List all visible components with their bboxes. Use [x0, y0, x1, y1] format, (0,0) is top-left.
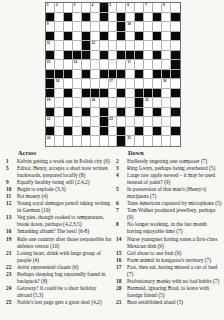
clue-number: 1	[4, 158, 17, 165]
cell-r5c14[interactable]	[162, 41, 171, 51]
cell-r4c4[interactable]	[73, 32, 82, 42]
cell-r6c6[interactable]	[91, 51, 100, 61]
clue-number: 14	[114, 236, 127, 250]
cell-r1c10[interactable]: 6	[126, 3, 135, 13]
cell-r12c10[interactable]	[126, 108, 135, 118]
cell-r5c12[interactable]	[144, 41, 153, 51]
clue-enumeration: (6)	[72, 264, 78, 270]
clue-text: Beat established aloud (5)	[127, 299, 222, 306]
cell-number: 20	[91, 98, 94, 102]
cell-r7c8[interactable]	[109, 60, 118, 70]
cell-r13c12[interactable]	[144, 117, 153, 127]
clue-enumeration: (10)	[50, 243, 59, 249]
cell-r10c3	[64, 89, 73, 99]
cell-r4c5	[82, 32, 91, 42]
cell-r9c15[interactable]	[171, 79, 180, 89]
cell-r4c13	[153, 32, 162, 42]
clue-across-1: 1Kelvin getting a work out in Polish cit…	[4, 158, 112, 165]
cell-r3c14[interactable]	[162, 22, 171, 32]
clue-enumeration: (7)	[150, 193, 156, 199]
cell-r11c11	[135, 98, 144, 108]
cell-r14c9	[117, 127, 126, 137]
cell-r15c3[interactable]	[64, 136, 73, 146]
cell-r7c2[interactable]	[55, 60, 64, 70]
cell-r13c15[interactable]	[171, 117, 180, 127]
cell-r10c11	[135, 89, 144, 99]
clue-number: 16	[4, 228, 17, 235]
cell-r14c11	[135, 127, 144, 137]
cell-r3c13[interactable]	[153, 22, 162, 32]
cell-r11c5[interactable]	[82, 98, 91, 108]
clue-across-24: 24Getaway? It could be a short holiday a…	[4, 285, 112, 299]
cell-r15c15[interactable]	[171, 136, 180, 146]
clue-number: 20	[114, 285, 127, 299]
clue-enumeration: (10)	[41, 207, 50, 213]
clue-text: Endlessly angering one composer (7)	[127, 158, 222, 165]
cell-r11c9[interactable]	[117, 98, 126, 108]
cell-r3c7[interactable]	[100, 22, 109, 32]
cell-r1c2[interactable]: 2	[55, 3, 64, 13]
clue-text: Veg pies, though cooked to temperature, …	[17, 214, 112, 228]
clue-across-5: 5Editor, Henry, accepts a short note wri…	[4, 165, 112, 179]
cell-r14c4[interactable]	[73, 127, 82, 137]
cell-r6c5	[82, 51, 91, 61]
cell-r8c3	[64, 70, 73, 80]
cell-r7c6[interactable]	[91, 60, 100, 70]
cell-r5c11[interactable]	[135, 41, 144, 51]
cell-number: 7	[145, 3, 147, 7]
cell-r10c10[interactable]	[126, 89, 135, 99]
clue-number: 22	[4, 264, 17, 271]
cell-r5c8[interactable]	[109, 41, 118, 51]
cell-r11c13[interactable]	[153, 98, 162, 108]
clue-enumeration: (7)	[127, 271, 133, 277]
cell-r6c8[interactable]	[109, 51, 118, 61]
cell-r6c2[interactable]	[55, 51, 64, 61]
clue-number: 13	[4, 214, 17, 228]
cell-r3c3[interactable]	[64, 22, 73, 32]
cell-r5c6[interactable]: 12	[91, 41, 100, 51]
clue-text: Artist represented clouds (6)	[17, 264, 112, 271]
cell-r12c13	[153, 108, 162, 118]
cell-r12c9	[117, 108, 126, 118]
clue-down-18: 18Probationary monks with no bad habits …	[114, 278, 222, 285]
cell-r2c6[interactable]	[91, 13, 100, 23]
clue-across-21: 21Losing heart, drink with large group o…	[4, 250, 112, 264]
clue-enumeration: (9)	[158, 243, 164, 249]
cell-r11c12[interactable]: 21	[144, 98, 153, 108]
cell-r7c1[interactable]: 13	[46, 60, 55, 70]
clue-number: 19	[4, 236, 17, 250]
cell-r10c2[interactable]	[55, 89, 64, 99]
cell-number: 13	[47, 60, 50, 64]
clue-across-23: 23Perhaps sleeping bag reportedly found …	[4, 271, 112, 285]
cell-r2c13	[153, 13, 162, 23]
cell-r2c12[interactable]	[144, 13, 153, 23]
clue-enumeration: (4,2,3,5)	[63, 221, 81, 227]
cell-r15c5[interactable]	[82, 136, 91, 146]
clue-down-20: 20Barmaid, ignoring Brad, to leave with …	[114, 285, 222, 299]
clue-number: 16	[114, 257, 127, 264]
cell-number: 15	[127, 60, 130, 64]
cell-r9c13[interactable]	[153, 79, 162, 89]
clue-across-25: 25Noble's last page gets a great deal (4…	[4, 299, 112, 306]
cell-r4c15	[171, 32, 180, 42]
cell-r13c5[interactable]	[82, 117, 91, 127]
cell-r10c8[interactable]	[109, 89, 118, 99]
cell-r3c2[interactable]	[55, 22, 64, 32]
cell-r15c10[interactable]: 25	[126, 136, 135, 146]
clue-text: Nurse youngster having eaten a first-cla…	[127, 236, 222, 250]
cell-r8c12[interactable]	[144, 70, 153, 80]
cell-r13c13[interactable]	[153, 117, 162, 127]
clue-down-7: 7Tom Walker produced jewellery, perhaps …	[114, 207, 222, 221]
cell-r8c13	[153, 70, 162, 80]
cell-r4c2[interactable]	[55, 32, 64, 42]
cell-r11c2[interactable]	[55, 98, 64, 108]
clue-number: 17	[114, 264, 127, 278]
cell-r3c10[interactable]: 10	[126, 22, 135, 32]
cell-r12c5	[82, 108, 91, 118]
cell-r9c5[interactable]	[82, 79, 91, 89]
cell-r2c4[interactable]	[73, 13, 82, 23]
clue-text: Tune American captured by microphone (5)	[127, 200, 222, 207]
clue-enumeration: (7)	[201, 158, 207, 164]
cell-r7c3[interactable]	[64, 60, 73, 70]
cell-r13c8[interactable]: 23	[109, 117, 118, 127]
cell-r12c7	[100, 108, 109, 118]
cell-r1c9[interactable]	[117, 3, 126, 13]
cell-r14c12[interactable]	[144, 127, 153, 137]
cell-r10c7	[100, 89, 109, 99]
cell-r15c9	[117, 136, 126, 146]
cell-r11c15[interactable]	[171, 98, 180, 108]
clue-enumeration: (8)	[41, 278, 47, 284]
cell-r1c5[interactable]	[82, 3, 91, 13]
cell-r7c13[interactable]	[153, 60, 162, 70]
cell-r9c14[interactable]: 18	[162, 79, 171, 89]
cell-r2c5	[82, 13, 91, 23]
cell-r13c11[interactable]	[135, 117, 144, 127]
cell-r9c12[interactable]	[144, 79, 153, 89]
clue-enumeration: (5,3)	[33, 292, 43, 298]
cell-r9c2[interactable]: 16	[55, 79, 64, 89]
cell-r10c14[interactable]	[162, 89, 171, 99]
cell-r15c11[interactable]	[135, 136, 144, 146]
cell-number: 12	[91, 41, 94, 45]
clue-text: Probationary monks with no bad habits (7…	[127, 278, 222, 285]
cell-r8c10[interactable]	[126, 70, 135, 80]
cell-r8c15	[171, 70, 180, 80]
cell-r1c12[interactable]: 7	[144, 3, 153, 13]
clue-across-11: 11Pot money (4)	[4, 193, 112, 200]
cell-r13c10[interactable]	[126, 117, 135, 127]
cell-r11c4[interactable]	[73, 98, 82, 108]
clue-enumeration: (2,4,2)	[75, 179, 89, 185]
clue-across-10: 10Begin to explode (3,3)	[4, 186, 112, 193]
cell-r5c9[interactable]	[117, 41, 126, 51]
cell-r6c9	[117, 51, 126, 61]
cell-r15c13[interactable]	[153, 136, 162, 146]
cell-r6c7	[100, 51, 109, 61]
clue-text: Large raw apple stewed – it may be used …	[127, 172, 222, 186]
cell-r12c12[interactable]	[144, 108, 153, 118]
cell-r4c12[interactable]	[144, 32, 153, 42]
clue-number: 10	[4, 186, 17, 193]
cell-r4c10[interactable]	[126, 32, 135, 42]
cell-r3c15[interactable]	[171, 22, 180, 32]
cell-r12c14[interactable]	[162, 108, 171, 118]
cell-number: 1	[47, 3, 49, 7]
clue-number: 25	[4, 299, 17, 306]
cell-r2c2[interactable]	[55, 13, 64, 23]
cell-r1c6[interactable]: 4	[91, 3, 100, 13]
cell-number: 5	[109, 3, 111, 7]
cell-number: 22	[47, 117, 50, 121]
clue-across-22: 22Artist represented clouds (6)	[4, 264, 112, 271]
cell-r15c8[interactable]	[109, 136, 118, 146]
cell-r1c13[interactable]	[153, 3, 162, 13]
cell-r2c8[interactable]	[109, 13, 118, 23]
clue-enumeration: (7)	[176, 228, 182, 234]
cell-r6c11	[135, 51, 144, 61]
clue-text: Perhaps sleeping bag reportedly found in…	[17, 271, 112, 285]
clue-text: Farm animal in kangaroo's territory (7)	[127, 257, 222, 264]
clue-number: 11	[4, 193, 17, 200]
cell-r9c10[interactable]	[126, 79, 135, 89]
clue-down-16: 16Farm animal in kangaroo's territory (7…	[114, 257, 222, 264]
cell-r4c9	[117, 32, 126, 42]
clue-number: 24	[4, 285, 17, 299]
cell-number: 16	[56, 79, 59, 83]
cell-number: 24	[47, 136, 50, 140]
clue-down-21: 21Beat established aloud (5)	[114, 299, 222, 306]
cell-r5c1[interactable]: 11	[46, 41, 55, 51]
cell-r8c6[interactable]	[91, 70, 100, 80]
cell-r14c8[interactable]	[109, 127, 118, 137]
clue-number: 3	[114, 165, 127, 172]
clue-down-8: 8No longer working, in the last month ha…	[114, 221, 222, 235]
cell-number: 23	[109, 117, 112, 121]
cell-r10c9	[117, 89, 126, 99]
cell-r13c14[interactable]	[162, 117, 171, 127]
cell-r13c6[interactable]	[91, 117, 100, 127]
cell-r9c4[interactable]	[73, 79, 82, 89]
cell-r12c15	[171, 108, 180, 118]
cell-r11c10[interactable]	[126, 98, 135, 108]
down-clue-list: 2Endlessly angering one composer (7)3Rin…	[114, 158, 222, 307]
cell-r7c4[interactable]: 14	[73, 60, 82, 70]
cell-r6c15	[171, 51, 180, 61]
cell-r13c3[interactable]	[64, 117, 73, 127]
cell-r15c1[interactable]: 24	[46, 136, 55, 146]
clue-down-4: 4Large raw apple stewed – it may be used…	[114, 172, 222, 186]
cell-r7c7[interactable]	[100, 60, 109, 70]
clue-enumeration: (5)	[209, 165, 215, 171]
cell-r12c4[interactable]	[73, 108, 82, 118]
cell-r9c3[interactable]	[64, 79, 73, 89]
clue-enumeration: (5)	[215, 200, 221, 206]
cell-r9c7[interactable]	[100, 79, 109, 89]
cell-number: 11	[47, 41, 50, 45]
down-header: Down	[128, 149, 222, 157]
cell-r7c5[interactable]	[82, 60, 91, 70]
cell-r14c2[interactable]	[55, 127, 64, 137]
cell-r5c3[interactable]	[64, 41, 73, 51]
cell-r3c12[interactable]	[144, 22, 153, 32]
cell-r14c15	[171, 127, 180, 137]
cell-r9c9[interactable]	[117, 79, 126, 89]
clue-number: 2	[114, 158, 127, 165]
clue-number: 6	[114, 200, 127, 207]
cell-r6c13	[153, 51, 162, 61]
cell-r14c3	[64, 127, 73, 137]
cell-r5c15[interactable]	[171, 41, 180, 51]
clue-enumeration: (4,2)	[91, 299, 101, 305]
clue-enumeration: (9)	[175, 250, 181, 256]
clue-number: 8	[114, 221, 127, 235]
cell-r12c3	[64, 108, 73, 118]
cell-r3c8[interactable]	[109, 22, 118, 32]
cell-r3c5[interactable]	[82, 22, 91, 32]
cell-r11c14[interactable]	[162, 98, 171, 108]
clue-across-12: 12Young royal damages pencil taking writ…	[4, 200, 112, 214]
cell-r9c11[interactable]	[135, 79, 144, 89]
cell-r9c6[interactable]	[91, 79, 100, 89]
clue-enumeration: (3,3)	[55, 186, 65, 192]
cell-number: 9	[47, 22, 49, 26]
cell-r2c14[interactable]	[162, 13, 171, 23]
cell-r13c4[interactable]	[73, 117, 82, 127]
cell-r12c2[interactable]	[55, 108, 64, 118]
down-column: Down 2Endlessly angering one composer (7…	[114, 149, 222, 306]
cell-r7c12[interactable]	[144, 60, 153, 70]
cell-r7c9[interactable]	[117, 60, 126, 70]
cell-r7c15	[171, 60, 180, 70]
clue-across-16: 16Smashing album? The best! (6-8)	[4, 228, 112, 235]
cell-r5c2[interactable]	[55, 41, 64, 51]
cell-number: 2	[56, 3, 58, 7]
cell-r4c8[interactable]	[109, 32, 118, 42]
clue-enumeration: (4)	[42, 193, 48, 199]
clue-number: 5	[4, 165, 17, 179]
cell-r11c8[interactable]	[109, 98, 118, 108]
cell-r15c7[interactable]	[100, 136, 109, 146]
clue-number: 21	[114, 299, 127, 306]
cell-r1c1[interactable]: 1	[46, 3, 55, 13]
clue-number: 5	[114, 186, 127, 200]
clue-enumeration: (4)	[33, 257, 39, 263]
clue-number: 12	[4, 200, 17, 214]
cell-r11c1[interactable]: 19	[46, 98, 55, 108]
cell-r1c14[interactable]: 8	[162, 3, 171, 13]
clue-down-15: 15Girl about to use fruit (9)	[114, 250, 222, 257]
cell-r10c13	[153, 89, 162, 99]
across-header: Across	[18, 149, 112, 157]
clue-enumeration: (9)	[127, 214, 133, 220]
cell-r1c8[interactable]: 5	[109, 3, 118, 13]
cell-r6c12[interactable]	[144, 51, 153, 61]
cell-r5c10[interactable]	[126, 41, 135, 51]
cell-r15c6[interactable]	[91, 136, 100, 146]
clue-text: Girl about to use fruit (9)	[127, 250, 222, 257]
cell-r1c11[interactable]	[135, 3, 144, 13]
cell-number: 8	[163, 3, 165, 7]
cell-r8c4[interactable]	[73, 70, 82, 80]
cell-r5c4[interactable]	[73, 41, 82, 51]
cell-r15c14[interactable]	[162, 136, 171, 146]
cell-r13c1[interactable]: 22	[46, 117, 55, 127]
clue-text: Barmaid, ignoring Brad, to leave with fo…	[127, 285, 222, 299]
cell-r9c1	[46, 79, 55, 89]
cell-number: 14	[74, 60, 77, 64]
cell-number: 25	[127, 136, 130, 140]
clue-text: Getaway? It could be a short holiday abr…	[17, 285, 112, 299]
cell-r10c5	[82, 89, 91, 99]
cell-r11c7[interactable]	[100, 98, 109, 108]
clue-down-3: 3Ring Gwyn, perhaps being overheard (5)	[114, 165, 222, 172]
clue-text: Smashing album? The best! (6-8)	[17, 228, 112, 235]
cell-r3c11[interactable]	[135, 22, 144, 32]
cell-r11c6[interactable]: 20	[91, 98, 100, 108]
clue-enumeration: (9)	[164, 179, 170, 185]
cell-r7c11[interactable]	[135, 60, 144, 70]
cell-r7c14[interactable]	[162, 60, 171, 70]
clue-enumeration: (8)	[79, 172, 85, 178]
clue-across-19: 19Rule one country after those responsib…	[4, 236, 112, 250]
cell-r7c10[interactable]: 15	[126, 60, 135, 70]
cell-r15c12[interactable]	[144, 136, 153, 146]
clue-text: Editor, Henry, accepts a short note writ…	[17, 165, 112, 179]
cell-r3c1[interactable]: 9	[46, 22, 55, 32]
cell-number: 19	[47, 98, 50, 102]
cell-r15c4[interactable]	[73, 136, 82, 146]
cell-r14c7	[100, 127, 109, 137]
cell-r15c2[interactable]	[55, 136, 64, 146]
cell-r4c11	[135, 32, 144, 42]
crossword-grid: 1234567891011121314151617181920212223242…	[45, 2, 181, 147]
cell-r4c14[interactable]	[162, 32, 171, 42]
clue-enumeration: (7)	[213, 278, 219, 284]
cell-r12c11	[135, 108, 144, 118]
cell-r5c7[interactable]	[100, 41, 109, 51]
cell-r2c11	[135, 13, 144, 23]
cell-r10c4[interactable]	[73, 89, 82, 99]
cell-r3c4[interactable]	[73, 22, 82, 32]
cell-r5c13[interactable]	[153, 41, 162, 51]
clue-text: Noble's last page gets a great deal (4,2…	[17, 299, 112, 306]
cell-r1c4[interactable]: 3	[73, 3, 82, 13]
cell-r2c7	[100, 13, 109, 23]
cell-r8c11	[135, 70, 144, 80]
clue-number: 23	[4, 271, 17, 285]
clue-number: 15	[114, 250, 127, 257]
cell-r1c3[interactable]	[64, 3, 73, 13]
cell-r14c14[interactable]	[162, 127, 171, 137]
clue-down-17: 17Fast, then eat, having missed a cut of…	[114, 264, 222, 278]
cell-r9c8[interactable]: 17	[109, 79, 118, 89]
cell-r1c15[interactable]	[171, 3, 180, 13]
cell-r13c2[interactable]	[55, 117, 64, 127]
clue-text: Kelvin getting a work out in Polish city…	[17, 158, 112, 165]
cell-r11c3[interactable]	[64, 98, 73, 108]
cell-r6c14[interactable]	[162, 51, 171, 61]
cell-r12c6[interactable]	[91, 108, 100, 118]
cell-r3c6[interactable]	[91, 22, 100, 32]
cell-number: 6	[127, 3, 129, 7]
cell-r14c6[interactable]	[91, 127, 100, 137]
cell-r13c9[interactable]	[117, 117, 126, 127]
